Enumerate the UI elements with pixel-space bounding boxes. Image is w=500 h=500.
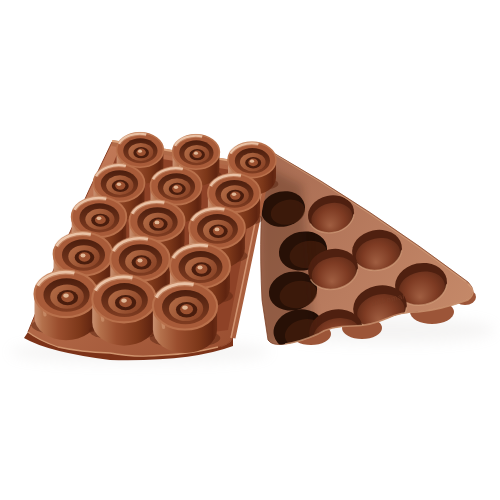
chocolate-piece	[150, 282, 221, 353]
mold-scene: silikomart	[0, 0, 500, 500]
product-photo: silikomart	[0, 0, 500, 500]
front-mold	[24, 133, 278, 360]
front-mold-pieces	[31, 133, 278, 353]
chocolate-piece	[89, 276, 159, 346]
